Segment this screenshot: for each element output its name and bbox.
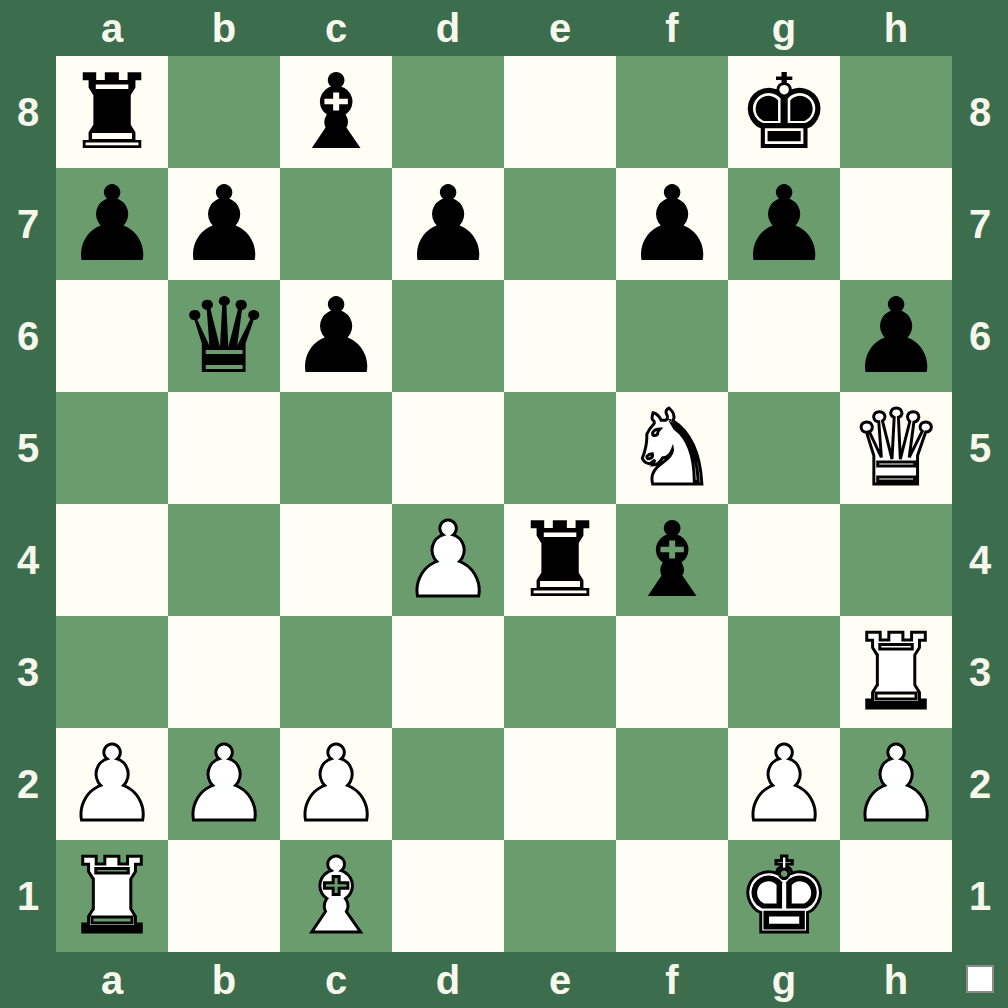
square-a8[interactable]: ♜ xyxy=(56,56,168,168)
square-c5[interactable] xyxy=(280,392,392,504)
square-b2[interactable]: ♟ xyxy=(168,728,280,840)
rank-label-5: 5 xyxy=(952,392,1008,504)
square-c6[interactable]: ♟ xyxy=(280,280,392,392)
rank-label-4: 4 xyxy=(0,504,56,616)
square-h6[interactable]: ♟ xyxy=(840,280,952,392)
file-label-g: g xyxy=(728,0,840,56)
square-e6[interactable] xyxy=(504,280,616,392)
square-f1[interactable] xyxy=(616,840,728,952)
square-g2[interactable]: ♟ xyxy=(728,728,840,840)
square-c4[interactable] xyxy=(280,504,392,616)
square-d4[interactable]: ♟ xyxy=(392,504,504,616)
white-bishop[interactable]: ♝ xyxy=(289,840,382,952)
white-to-move-indicator xyxy=(966,965,994,993)
file-label-h: h xyxy=(840,952,952,1008)
black-pawn[interactable]: ♟ xyxy=(289,280,382,392)
square-f3[interactable] xyxy=(616,616,728,728)
square-d1[interactable] xyxy=(392,840,504,952)
rank-label-6: 6 xyxy=(0,280,56,392)
rank-label-8: 8 xyxy=(0,56,56,168)
file-labels-top: abcdefgh xyxy=(56,0,952,56)
square-g5[interactable] xyxy=(728,392,840,504)
rank-label-2: 2 xyxy=(952,728,1008,840)
file-label-c: c xyxy=(280,0,392,56)
file-label-d: d xyxy=(392,952,504,1008)
black-queen[interactable]: ♛ xyxy=(177,280,270,392)
black-king[interactable]: ♚ xyxy=(737,56,830,168)
file-label-f: f xyxy=(616,0,728,56)
square-f5[interactable]: ♞ xyxy=(616,392,728,504)
black-pawn[interactable]: ♟ xyxy=(737,168,830,280)
square-g4[interactable] xyxy=(728,504,840,616)
square-a1[interactable]: ♜ xyxy=(56,840,168,952)
file-label-h: h xyxy=(840,0,952,56)
square-h4[interactable] xyxy=(840,504,952,616)
square-e1[interactable] xyxy=(504,840,616,952)
file-label-a: a xyxy=(56,952,168,1008)
white-queen[interactable]: ♛ xyxy=(849,392,942,504)
white-pawn[interactable]: ♟ xyxy=(65,728,158,840)
file-label-c: c xyxy=(280,952,392,1008)
file-label-d: d xyxy=(392,0,504,56)
square-h2[interactable]: ♟ xyxy=(840,728,952,840)
square-h3[interactable]: ♜ xyxy=(840,616,952,728)
square-f7[interactable]: ♟ xyxy=(616,168,728,280)
square-e7[interactable] xyxy=(504,168,616,280)
square-b1[interactable] xyxy=(168,840,280,952)
white-pawn[interactable]: ♟ xyxy=(849,728,942,840)
square-h8[interactable] xyxy=(840,56,952,168)
square-b7[interactable]: ♟ xyxy=(168,168,280,280)
square-d5[interactable] xyxy=(392,392,504,504)
square-e8[interactable] xyxy=(504,56,616,168)
square-d3[interactable] xyxy=(392,616,504,728)
square-b3[interactable] xyxy=(168,616,280,728)
square-e5[interactable] xyxy=(504,392,616,504)
square-c2[interactable]: ♟ xyxy=(280,728,392,840)
square-a6[interactable] xyxy=(56,280,168,392)
rank-label-1: 1 xyxy=(0,840,56,952)
rank-label-8: 8 xyxy=(952,56,1008,168)
black-rook[interactable]: ♜ xyxy=(65,56,158,168)
black-bishop[interactable]: ♝ xyxy=(289,56,382,168)
square-a3[interactable] xyxy=(56,616,168,728)
black-pawn[interactable]: ♟ xyxy=(65,168,158,280)
square-g8[interactable]: ♚ xyxy=(728,56,840,168)
file-label-a: a xyxy=(56,0,168,56)
white-pawn[interactable]: ♟ xyxy=(401,504,494,616)
file-label-f: f xyxy=(616,952,728,1008)
square-h7[interactable] xyxy=(840,168,952,280)
rank-labels-left: 87654321 xyxy=(0,56,56,952)
square-b8[interactable] xyxy=(168,56,280,168)
rank-label-7: 7 xyxy=(0,168,56,280)
white-pawn[interactable]: ♟ xyxy=(737,728,830,840)
rank-label-3: 3 xyxy=(952,616,1008,728)
square-c1[interactable]: ♝ xyxy=(280,840,392,952)
square-c8[interactable]: ♝ xyxy=(280,56,392,168)
square-h1[interactable] xyxy=(840,840,952,952)
black-pawn[interactable]: ♟ xyxy=(401,168,494,280)
rank-labels-right: 87654321 xyxy=(952,56,1008,952)
square-f6[interactable] xyxy=(616,280,728,392)
black-rook[interactable]: ♜ xyxy=(513,504,606,616)
square-e4[interactable]: ♜ xyxy=(504,504,616,616)
square-d6[interactable] xyxy=(392,280,504,392)
square-e2[interactable] xyxy=(504,728,616,840)
square-a5[interactable] xyxy=(56,392,168,504)
rank-label-5: 5 xyxy=(0,392,56,504)
black-pawn[interactable]: ♟ xyxy=(625,168,718,280)
square-g1[interactable]: ♚ xyxy=(728,840,840,952)
white-pawn[interactable]: ♟ xyxy=(177,728,270,840)
chess-board: ♜♝♚♟♟♟♟♟♛♟♟♞♛♟♜♝♜♟♟♟♟♟♜♝♚ xyxy=(56,56,952,952)
square-e3[interactable] xyxy=(504,616,616,728)
square-b6[interactable]: ♛ xyxy=(168,280,280,392)
file-label-g: g xyxy=(728,952,840,1008)
square-f8[interactable] xyxy=(616,56,728,168)
square-a2[interactable]: ♟ xyxy=(56,728,168,840)
white-rook[interactable]: ♜ xyxy=(65,840,158,952)
square-b5[interactable] xyxy=(168,392,280,504)
square-g3[interactable] xyxy=(728,616,840,728)
square-d2[interactable] xyxy=(392,728,504,840)
file-label-e: e xyxy=(504,952,616,1008)
file-labels-bottom: abcdefgh xyxy=(56,952,952,1008)
square-g6[interactable] xyxy=(728,280,840,392)
black-bishop[interactable]: ♝ xyxy=(625,504,718,616)
white-king[interactable]: ♚ xyxy=(737,840,830,952)
square-c3[interactable] xyxy=(280,616,392,728)
rank-label-1: 1 xyxy=(952,840,1008,952)
square-d8[interactable] xyxy=(392,56,504,168)
square-a4[interactable] xyxy=(56,504,168,616)
rank-label-2: 2 xyxy=(0,728,56,840)
rank-label-7: 7 xyxy=(952,168,1008,280)
white-knight[interactable]: ♞ xyxy=(625,392,718,504)
rank-label-6: 6 xyxy=(952,280,1008,392)
square-g7[interactable]: ♟ xyxy=(728,168,840,280)
square-f2[interactable] xyxy=(616,728,728,840)
black-pawn[interactable]: ♟ xyxy=(849,280,942,392)
square-b4[interactable] xyxy=(168,504,280,616)
file-label-b: b xyxy=(168,0,280,56)
rank-label-4: 4 xyxy=(952,504,1008,616)
square-f4[interactable]: ♝ xyxy=(616,504,728,616)
square-c7[interactable] xyxy=(280,168,392,280)
board-frame: abcdefgh 87654321 ♜♝♚♟♟♟♟♟♛♟♟♞♛♟♜♝♜♟♟♟♟♟… xyxy=(0,0,1008,1008)
black-pawn[interactable]: ♟ xyxy=(177,168,270,280)
square-d7[interactable]: ♟ xyxy=(392,168,504,280)
rank-label-3: 3 xyxy=(0,616,56,728)
file-label-b: b xyxy=(168,952,280,1008)
square-h5[interactable]: ♛ xyxy=(840,392,952,504)
file-label-e: e xyxy=(504,0,616,56)
white-pawn[interactable]: ♟ xyxy=(289,728,382,840)
white-rook[interactable]: ♜ xyxy=(849,616,942,728)
square-a7[interactable]: ♟ xyxy=(56,168,168,280)
